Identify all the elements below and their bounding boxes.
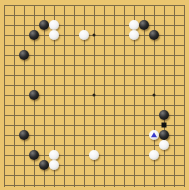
black-stone-C6[interactable] bbox=[19, 130, 29, 140]
black-stone-Q16[interactable] bbox=[149, 30, 159, 40]
star-point bbox=[93, 93, 96, 96]
grid-line-vertical bbox=[164, 5, 165, 187]
go-board[interactable] bbox=[0, 0, 189, 190]
star-point bbox=[93, 33, 96, 36]
grid-line-vertical bbox=[104, 5, 105, 187]
grid-line-horizontal bbox=[4, 185, 185, 186]
white-stone-F16[interactable] bbox=[49, 30, 59, 40]
white-stone-J16[interactable] bbox=[79, 30, 89, 40]
black-stone-D4[interactable] bbox=[29, 150, 39, 160]
grid-line-vertical bbox=[144, 5, 145, 187]
grid-line-vertical bbox=[184, 5, 185, 187]
black-stone-P17[interactable] bbox=[139, 20, 149, 30]
white-stone-O17[interactable] bbox=[129, 20, 139, 30]
grid-line-horizontal bbox=[4, 105, 185, 106]
white-stone-R5[interactable] bbox=[159, 140, 169, 150]
black-stone-D10[interactable] bbox=[29, 90, 39, 100]
black-stone-E17[interactable] bbox=[39, 20, 49, 30]
black-stone-C14[interactable] bbox=[19, 50, 29, 60]
grid-line-vertical bbox=[124, 5, 125, 187]
white-stone-F3[interactable] bbox=[49, 160, 59, 170]
grid-line-horizontal bbox=[4, 115, 185, 116]
triangle-marker-Q6 bbox=[151, 132, 157, 137]
black-stone-D16[interactable] bbox=[29, 30, 39, 40]
grid-line-horizontal bbox=[4, 145, 185, 146]
white-stone-K4[interactable] bbox=[89, 150, 99, 160]
grid-line-horizontal bbox=[4, 165, 185, 166]
white-stone-F17[interactable] bbox=[49, 20, 59, 30]
grid-line-horizontal bbox=[4, 175, 185, 176]
grid-line-vertical bbox=[114, 5, 115, 187]
square-marker-R7 bbox=[162, 122, 167, 127]
white-stone-Q4[interactable] bbox=[149, 150, 159, 160]
white-stone-O16[interactable] bbox=[129, 30, 139, 40]
star-point bbox=[153, 93, 156, 96]
grid-line-horizontal bbox=[4, 125, 185, 126]
grid-line-vertical bbox=[174, 5, 175, 187]
black-stone-E3[interactable] bbox=[39, 160, 49, 170]
black-stone-R6[interactable] bbox=[159, 130, 169, 140]
black-stone-R8[interactable] bbox=[159, 110, 169, 120]
white-stone-F4[interactable] bbox=[49, 150, 59, 160]
